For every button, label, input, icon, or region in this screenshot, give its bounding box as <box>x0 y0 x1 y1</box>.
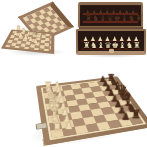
boxed-black-bishop: ♝ <box>99 15 106 23</box>
board-squares: ♜♟♟♜♞♟♟♞♝♟♟♝♛♟♟♛♚♟♟♚♝♟♟♝♞♟♟♞♜♟♟♜ <box>43 80 143 139</box>
square-h2: ♟ <box>62 127 76 137</box>
storage-box-lid: ♟♟♟♟♟♟♟♟ ♜♞♝♛♚♝♞♜ <box>78 2 143 28</box>
boxed-white-king: ♚ <box>112 42 119 50</box>
black-pawn: ♟ <box>120 113 131 123</box>
product-photo: ♟♟♟♟♟♜♞♝♛♚ ♟♟♟♟♟♟♟♟ ♜♞♝♛♚♝♞♜ ♟♟♟♟♟♟♟♟ ♜♞… <box>0 0 147 147</box>
board-clasp <box>36 122 48 129</box>
boxed-black-queen: ♛ <box>107 15 114 23</box>
white-rook: ♜ <box>51 121 63 134</box>
square-h1: ♜ <box>51 128 65 138</box>
boxed-white-rook: ♜ <box>133 42 140 50</box>
square-h3 <box>74 125 88 134</box>
folded-white-king: ♚ <box>36 33 41 39</box>
view-open-board: ♜♟♟♜♞♟♟♞♝♟♟♝♛♟♟♛♚♟♟♚♝♟♟♝♞♟♟♞♜♟♟♜ <box>0 50 147 147</box>
boxed-white-bishop: ♝ <box>119 42 126 50</box>
lid-row-front: ♜♞♝♛♚♝♞♜ <box>82 15 139 23</box>
boxed-white-queen: ♛ <box>105 42 112 50</box>
boxed-black-king: ♚ <box>114 15 121 23</box>
view-folded-board: ♟♟♟♟♟♜♞♝♛♚ <box>6 4 72 56</box>
white-pawn: ♟ <box>63 121 75 131</box>
base-row-front: ♜♞♝♛♚♝♞♜ <box>80 42 142 50</box>
boxed-black-bishop: ♝ <box>121 15 128 23</box>
boxed-black-rook: ♜ <box>135 15 142 23</box>
square-h7: ♟ <box>118 118 133 127</box>
black-rook: ♜ <box>130 109 141 121</box>
boxed-white-bishop: ♝ <box>97 42 104 50</box>
view-storage-box: ♟♟♟♟♟♟♟♟ ♜♞♝♛♚♝♞♜ ♟♟♟♟♟♟♟♟ ♜♞♝♛♚♝♞♜ <box>76 2 146 56</box>
